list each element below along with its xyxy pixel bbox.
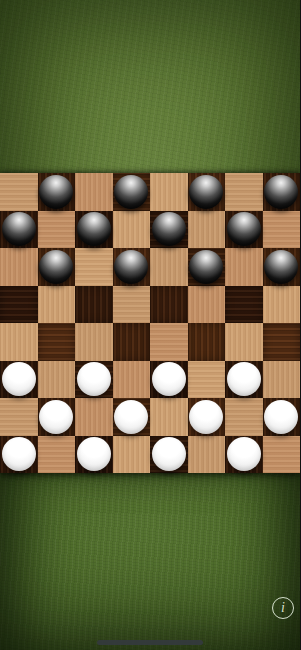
- square-g5[interactable]: [225, 286, 263, 324]
- square-h2[interactable]: [263, 398, 301, 436]
- square-g1[interactable]: [225, 436, 263, 474]
- home-indicator[interactable]: [97, 640, 203, 645]
- square-e8: [150, 173, 188, 211]
- square-d1: [113, 436, 151, 474]
- square-c1[interactable]: [75, 436, 113, 474]
- square-a4: [0, 323, 38, 361]
- square-e4: [150, 323, 188, 361]
- piece-black[interactable]: [2, 212, 36, 246]
- square-g3[interactable]: [225, 361, 263, 399]
- info-icon: i: [281, 601, 285, 615]
- piece-white[interactable]: [2, 362, 36, 396]
- square-f8[interactable]: [188, 173, 226, 211]
- square-c3[interactable]: [75, 361, 113, 399]
- square-f1: [188, 436, 226, 474]
- square-c7[interactable]: [75, 211, 113, 249]
- square-g6: [225, 248, 263, 286]
- checkers-board: [0, 173, 300, 473]
- square-c5[interactable]: [75, 286, 113, 324]
- piece-black[interactable]: [264, 175, 298, 209]
- piece-black[interactable]: [189, 175, 223, 209]
- square-h8[interactable]: [263, 173, 301, 211]
- square-a2: [0, 398, 38, 436]
- square-d3: [113, 361, 151, 399]
- square-g4: [225, 323, 263, 361]
- square-f6[interactable]: [188, 248, 226, 286]
- piece-white[interactable]: [189, 400, 223, 434]
- square-b8[interactable]: [38, 173, 76, 211]
- square-d4[interactable]: [113, 323, 151, 361]
- square-f5: [188, 286, 226, 324]
- square-b2[interactable]: [38, 398, 76, 436]
- square-h5: [263, 286, 301, 324]
- square-d2[interactable]: [113, 398, 151, 436]
- piece-black[interactable]: [39, 250, 73, 284]
- piece-white[interactable]: [77, 437, 111, 471]
- piece-black[interactable]: [114, 250, 148, 284]
- square-b4[interactable]: [38, 323, 76, 361]
- square-d5: [113, 286, 151, 324]
- square-a7[interactable]: [0, 211, 38, 249]
- square-e5[interactable]: [150, 286, 188, 324]
- info-button[interactable]: i: [272, 597, 294, 619]
- square-a1[interactable]: [0, 436, 38, 474]
- square-b7: [38, 211, 76, 249]
- piece-white[interactable]: [227, 362, 261, 396]
- square-a8: [0, 173, 38, 211]
- piece-white[interactable]: [2, 437, 36, 471]
- square-e2: [150, 398, 188, 436]
- square-f7: [188, 211, 226, 249]
- square-c4: [75, 323, 113, 361]
- square-c8: [75, 173, 113, 211]
- square-a6: [0, 248, 38, 286]
- piece-black[interactable]: [227, 212, 261, 246]
- app-screen: i: [0, 0, 300, 650]
- piece-white[interactable]: [264, 400, 298, 434]
- square-f3: [188, 361, 226, 399]
- piece-white[interactable]: [77, 362, 111, 396]
- piece-black[interactable]: [152, 212, 186, 246]
- piece-black[interactable]: [264, 250, 298, 284]
- piece-white[interactable]: [152, 362, 186, 396]
- piece-black[interactable]: [39, 175, 73, 209]
- square-c2: [75, 398, 113, 436]
- piece-white[interactable]: [152, 437, 186, 471]
- piece-black[interactable]: [114, 175, 148, 209]
- square-b1: [38, 436, 76, 474]
- square-a5[interactable]: [0, 286, 38, 324]
- square-h1: [263, 436, 301, 474]
- square-e7[interactable]: [150, 211, 188, 249]
- square-h4[interactable]: [263, 323, 301, 361]
- square-b5: [38, 286, 76, 324]
- square-g8: [225, 173, 263, 211]
- square-g2: [225, 398, 263, 436]
- square-f4[interactable]: [188, 323, 226, 361]
- piece-black[interactable]: [189, 250, 223, 284]
- square-d7: [113, 211, 151, 249]
- square-e1[interactable]: [150, 436, 188, 474]
- square-d6[interactable]: [113, 248, 151, 286]
- square-d8[interactable]: [113, 173, 151, 211]
- grass-lower: [0, 473, 300, 650]
- square-e3[interactable]: [150, 361, 188, 399]
- square-h7: [263, 211, 301, 249]
- square-a3[interactable]: [0, 361, 38, 399]
- piece-white[interactable]: [227, 437, 261, 471]
- square-h3: [263, 361, 301, 399]
- square-c6: [75, 248, 113, 286]
- square-h6[interactable]: [263, 248, 301, 286]
- piece-white[interactable]: [39, 400, 73, 434]
- piece-black[interactable]: [77, 212, 111, 246]
- piece-white[interactable]: [114, 400, 148, 434]
- square-b6[interactable]: [38, 248, 76, 286]
- square-e6: [150, 248, 188, 286]
- square-b3: [38, 361, 76, 399]
- square-f2[interactable]: [188, 398, 226, 436]
- square-g7[interactable]: [225, 211, 263, 249]
